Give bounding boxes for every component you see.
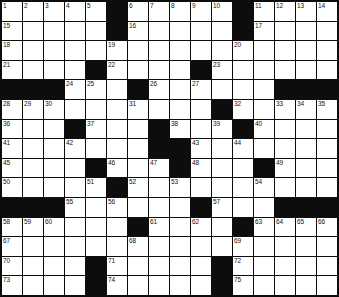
cell-r6c15[interactable]: 34 <box>296 100 316 119</box>
clue-number: 13 <box>297 2 304 9</box>
clue-number: 70 <box>3 257 10 264</box>
clue-number: 44 <box>234 139 241 146</box>
black-cell-r7c4 <box>65 120 85 139</box>
black-cell-r11c16 <box>317 198 337 217</box>
cell-r6c13[interactable] <box>254 100 274 119</box>
black-cell-r9c9 <box>170 159 190 178</box>
cell-r7c2[interactable] <box>23 120 43 139</box>
cell-r13c8[interactable] <box>149 237 169 256</box>
cell-r1c3[interactable]: 3 <box>44 2 64 21</box>
cell-r13c13[interactable] <box>254 237 274 256</box>
cell-r3c6[interactable]: 19 <box>107 41 127 60</box>
black-cell-r7c8 <box>149 120 169 139</box>
cell-r3c14[interactable] <box>275 41 295 60</box>
clue-number: 25 <box>87 80 94 87</box>
cell-r9c10[interactable]: 48 <box>191 159 211 178</box>
cell-r7c9[interactable]: 38 <box>170 120 190 139</box>
cell-r6c8[interactable] <box>149 100 169 119</box>
cell-r13c16[interactable] <box>317 237 337 256</box>
cell-r8c5[interactable] <box>86 139 106 158</box>
cell-r12c9[interactable] <box>170 218 190 237</box>
cell-r12c8[interactable]: 61 <box>149 218 169 237</box>
clue-number: 50 <box>3 178 10 185</box>
cell-r6c14[interactable]: 33 <box>275 100 295 119</box>
cell-r12c11[interactable] <box>212 218 232 237</box>
cell-r1c16[interactable]: 14 <box>317 2 337 21</box>
cell-r1c15[interactable]: 13 <box>296 2 316 21</box>
clue-number: 34 <box>297 100 304 107</box>
cell-r8c1[interactable]: 41 <box>2 139 22 158</box>
clue-number: 17 <box>255 22 262 29</box>
cell-r1c11[interactable]: 10 <box>212 2 232 21</box>
cell-r4c16[interactable] <box>317 61 337 80</box>
clue-number: 40 <box>255 120 262 127</box>
cell-r13c3[interactable] <box>44 237 64 256</box>
clue-number: 32 <box>234 100 241 107</box>
cell-r14c7[interactable] <box>128 257 148 276</box>
cell-r9c14[interactable]: 49 <box>275 159 295 178</box>
cell-r10c7[interactable]: 52 <box>128 178 148 197</box>
cell-r4c6[interactable]: 22 <box>107 61 127 80</box>
cell-r7c3[interactable] <box>44 120 64 139</box>
cell-r1c9[interactable]: 8 <box>170 2 190 21</box>
clue-number: 29 <box>24 100 31 107</box>
cell-r8c7[interactable] <box>128 139 148 158</box>
clue-number: 28 <box>3 100 10 107</box>
cell-r13c7[interactable]: 68 <box>128 237 148 256</box>
cell-r15c2[interactable] <box>23 276 43 295</box>
cell-r7c10[interactable] <box>191 120 211 139</box>
cell-r11c4[interactable]: 55 <box>65 198 85 217</box>
clue-number: 64 <box>276 218 283 225</box>
cell-r5c9[interactable] <box>170 80 190 99</box>
cell-r9c3[interactable] <box>44 159 64 178</box>
clue-number: 53 <box>171 178 178 185</box>
clue-number: 22 <box>108 61 115 68</box>
cell-r9c4[interactable] <box>65 159 85 178</box>
cell-r9c1[interactable]: 45 <box>2 159 22 178</box>
cell-r2c2[interactable] <box>23 22 43 41</box>
cell-r6c9[interactable] <box>170 100 190 119</box>
cell-r7c5[interactable]: 37 <box>86 120 106 139</box>
cell-r15c6[interactable]: 74 <box>107 276 127 295</box>
cell-r6c4[interactable] <box>65 100 85 119</box>
cell-r3c5[interactable] <box>86 41 106 60</box>
cell-r14c4[interactable] <box>65 257 85 276</box>
cell-r13c12[interactable]: 69 <box>233 237 253 256</box>
black-cell-r4c10 <box>191 61 211 80</box>
black-cell-r11c3 <box>44 198 64 217</box>
cell-r4c3[interactable] <box>44 61 64 80</box>
cell-r13c14[interactable] <box>275 237 295 256</box>
black-cell-r5c2 <box>23 80 43 99</box>
black-cell-r5c7 <box>128 80 148 99</box>
cell-r13c4[interactable] <box>65 237 85 256</box>
cell-r1c14[interactable]: 12 <box>275 2 295 21</box>
cell-r6c6[interactable] <box>107 100 127 119</box>
cell-r14c2[interactable] <box>23 257 43 276</box>
cell-r14c16[interactable] <box>317 257 337 276</box>
black-cell-r8c9 <box>170 139 190 158</box>
clue-number: 8 <box>171 2 174 9</box>
cell-r5c13[interactable] <box>254 80 274 99</box>
cell-r9c6[interactable]: 46 <box>107 159 127 178</box>
cell-r12c3[interactable]: 60 <box>44 218 64 237</box>
cell-r11c12[interactable] <box>233 198 253 217</box>
black-cell-r1c6 <box>107 2 127 21</box>
cell-r3c15[interactable] <box>296 41 316 60</box>
cell-r1c2[interactable]: 2 <box>23 2 43 21</box>
clue-number: 71 <box>108 257 115 264</box>
clue-number: 2 <box>24 2 27 9</box>
clue-number: 68 <box>129 237 136 244</box>
clue-number: 62 <box>192 218 199 225</box>
cell-r9c11[interactable] <box>212 159 232 178</box>
clue-number: 5 <box>87 2 90 9</box>
clue-number: 69 <box>234 237 241 244</box>
clue-number: 30 <box>45 100 52 107</box>
cell-r11c5[interactable] <box>86 198 106 217</box>
cell-r6c7[interactable]: 31 <box>128 100 148 119</box>
cell-r10c1[interactable]: 50 <box>2 178 22 197</box>
clue-number: 16 <box>129 22 136 29</box>
cell-r14c10[interactable] <box>191 257 211 276</box>
cell-r7c6[interactable] <box>107 120 127 139</box>
cell-r7c14[interactable] <box>275 120 295 139</box>
cell-r4c8[interactable] <box>149 61 169 80</box>
clue-number: 73 <box>3 276 10 283</box>
black-cell-r8c8 <box>149 139 169 158</box>
clue-number: 75 <box>234 276 241 283</box>
cell-r2c8[interactable] <box>149 22 169 41</box>
cell-r7c1[interactable]: 36 <box>2 120 22 139</box>
cell-r13c15[interactable] <box>296 237 316 256</box>
black-cell-r9c5 <box>86 159 106 178</box>
clue-number: 49 <box>276 159 283 166</box>
cell-r7c7[interactable] <box>128 120 148 139</box>
cell-r1c1[interactable]: 1 <box>2 2 22 21</box>
clue-number: 42 <box>66 139 73 146</box>
black-cell-r2c12 <box>233 22 253 41</box>
cell-r8c13[interactable] <box>254 139 274 158</box>
cell-r10c16[interactable] <box>317 178 337 197</box>
cell-r3c7[interactable] <box>128 41 148 60</box>
cell-r4c13[interactable] <box>254 61 274 80</box>
cell-r8c14[interactable] <box>275 139 295 158</box>
cell-r14c3[interactable] <box>44 257 64 276</box>
cell-r10c3[interactable] <box>44 178 64 197</box>
cell-r11c13[interactable] <box>254 198 274 217</box>
black-cell-r7c12 <box>233 120 253 139</box>
cell-r14c9[interactable] <box>170 257 190 276</box>
clue-number: 39 <box>213 120 220 127</box>
cell-r4c14[interactable] <box>275 61 295 80</box>
cell-r4c1[interactable]: 21 <box>2 61 22 80</box>
clue-number: 54 <box>255 178 262 185</box>
cell-r9c2[interactable] <box>23 159 43 178</box>
cell-r10c4[interactable] <box>65 178 85 197</box>
cell-r8c16[interactable] <box>317 139 337 158</box>
cell-r9c16[interactable] <box>317 159 337 178</box>
cell-r12c10[interactable]: 62 <box>191 218 211 237</box>
clue-number: 37 <box>87 120 94 127</box>
clue-number: 60 <box>45 218 52 225</box>
cell-r12c4[interactable] <box>65 218 85 237</box>
clue-number: 63 <box>255 218 262 225</box>
cell-r3c11[interactable] <box>212 41 232 60</box>
cell-r10c2[interactable] <box>23 178 43 197</box>
cell-r2c5[interactable] <box>86 22 106 41</box>
cell-r12c15[interactable]: 65 <box>296 218 316 237</box>
cell-r15c7[interactable] <box>128 276 148 295</box>
cell-r10c15[interactable] <box>296 178 316 197</box>
cell-r8c11[interactable] <box>212 139 232 158</box>
black-cell-r11c14 <box>275 198 295 217</box>
cell-r2c1[interactable]: 15 <box>2 22 22 41</box>
clue-number: 14 <box>318 2 325 9</box>
cell-r13c1[interactable]: 67 <box>2 237 22 256</box>
clue-number: 15 <box>3 22 10 29</box>
cell-r2c16[interactable] <box>317 22 337 41</box>
cell-r4c12[interactable] <box>233 61 253 80</box>
cell-r1c5[interactable]: 5 <box>86 2 106 21</box>
cell-r1c4[interactable]: 4 <box>65 2 85 21</box>
cell-r2c14[interactable] <box>275 22 295 41</box>
cell-r9c7[interactable] <box>128 159 148 178</box>
black-cell-r5c15 <box>296 80 316 99</box>
cell-r13c5[interactable] <box>86 237 106 256</box>
cell-r5c8[interactable]: 26 <box>149 80 169 99</box>
cell-r13c6[interactable] <box>107 237 127 256</box>
cell-r15c8[interactable] <box>149 276 169 295</box>
cell-r3c12[interactable]: 20 <box>233 41 253 60</box>
clue-number: 65 <box>297 218 304 225</box>
clue-number: 23 <box>213 61 220 68</box>
cell-r15c10[interactable] <box>191 276 211 295</box>
black-cell-r4c5 <box>86 61 106 80</box>
cell-r2c9[interactable] <box>170 22 190 41</box>
cell-r8c15[interactable] <box>296 139 316 158</box>
clue-number: 12 <box>276 2 283 9</box>
cell-r11c9[interactable] <box>170 198 190 217</box>
cell-r3c10[interactable] <box>191 41 211 60</box>
cell-r4c9[interactable] <box>170 61 190 80</box>
cell-r15c4[interactable] <box>65 276 85 295</box>
cell-r14c8[interactable] <box>149 257 169 276</box>
clue-number: 43 <box>192 139 199 146</box>
cell-r6c12[interactable]: 32 <box>233 100 253 119</box>
clue-number: 31 <box>129 100 136 107</box>
cell-r6c5[interactable] <box>86 100 106 119</box>
black-cell-r10c6 <box>107 178 127 197</box>
cell-r5c5[interactable]: 25 <box>86 80 106 99</box>
cell-r3c16[interactable] <box>317 41 337 60</box>
cell-r3c3[interactable] <box>44 41 64 60</box>
cell-r4c11[interactable]: 23 <box>212 61 232 80</box>
cell-r5c12[interactable] <box>233 80 253 99</box>
cell-r15c13[interactable] <box>254 276 274 295</box>
cell-r12c14[interactable]: 64 <box>275 218 295 237</box>
clue-number: 10 <box>213 2 220 9</box>
cell-r6c10[interactable] <box>191 100 211 119</box>
black-cell-r5c1 <box>2 80 22 99</box>
black-cell-r11c15 <box>296 198 316 217</box>
cell-r8c4[interactable]: 42 <box>65 139 85 158</box>
cell-r14c1[interactable]: 70 <box>2 257 22 276</box>
clue-number: 35 <box>318 100 325 107</box>
black-cell-r11c1 <box>2 198 22 217</box>
cell-r14c13[interactable] <box>254 257 274 276</box>
clue-number: 20 <box>234 41 241 48</box>
black-cell-r9c13 <box>254 159 274 178</box>
cell-r11c11[interactable]: 57 <box>212 198 232 217</box>
cell-r14c15[interactable] <box>296 257 316 276</box>
cell-r10c13[interactable]: 54 <box>254 178 274 197</box>
clue-number: 72 <box>234 257 241 264</box>
cell-r5c11[interactable] <box>212 80 232 99</box>
clue-number: 4 <box>66 2 69 9</box>
cell-r15c12[interactable]: 75 <box>233 276 253 295</box>
cell-r5c4[interactable]: 24 <box>65 80 85 99</box>
cell-r4c7[interactable] <box>128 61 148 80</box>
clue-number: 51 <box>87 178 94 185</box>
cell-r9c12[interactable] <box>233 159 253 178</box>
cell-r5c6[interactable] <box>107 80 127 99</box>
cell-r15c15[interactable] <box>296 276 316 295</box>
cell-r10c5[interactable]: 51 <box>86 178 106 197</box>
cell-r6c2[interactable]: 29 <box>23 100 43 119</box>
cell-r10c8[interactable] <box>149 178 169 197</box>
clue-number: 7 <box>150 2 153 9</box>
cell-r6c3[interactable]: 30 <box>44 100 64 119</box>
cell-r15c14[interactable] <box>275 276 295 295</box>
cell-r15c3[interactable] <box>44 276 64 295</box>
cell-r7c11[interactable]: 39 <box>212 120 232 139</box>
clue-number: 57 <box>213 198 220 205</box>
black-cell-r12c12 <box>233 218 253 237</box>
clue-number: 45 <box>3 159 10 166</box>
cell-r9c15[interactable] <box>296 159 316 178</box>
cell-r7c13[interactable]: 40 <box>254 120 274 139</box>
black-cell-r6c11 <box>212 100 232 119</box>
cell-r10c14[interactable] <box>275 178 295 197</box>
cell-r4c2[interactable] <box>23 61 43 80</box>
cell-r3c13[interactable] <box>254 41 274 60</box>
cell-r12c13[interactable]: 63 <box>254 218 274 237</box>
cell-r1c8[interactable]: 7 <box>149 2 169 21</box>
cell-r10c12[interactable] <box>233 178 253 197</box>
clue-number: 47 <box>150 159 157 166</box>
cell-r8c2[interactable] <box>23 139 43 158</box>
black-cell-r1c12 <box>233 2 253 21</box>
cell-r8c10[interactable]: 43 <box>191 139 211 158</box>
cell-r12c2[interactable]: 59 <box>23 218 43 237</box>
clue-number: 58 <box>3 218 10 225</box>
cell-r15c16[interactable] <box>317 276 337 295</box>
clue-number: 18 <box>3 41 10 48</box>
clue-number: 24 <box>66 80 73 87</box>
cell-r15c9[interactable] <box>170 276 190 295</box>
cell-r14c14[interactable] <box>275 257 295 276</box>
cell-r2c10[interactable] <box>191 22 211 41</box>
clue-number: 21 <box>3 61 10 68</box>
clue-number: 66 <box>318 218 325 225</box>
cell-r15c1[interactable]: 73 <box>2 276 22 295</box>
cell-r6c1[interactable]: 28 <box>2 100 22 119</box>
cell-r4c15[interactable] <box>296 61 316 80</box>
clue-number: 19 <box>108 41 115 48</box>
clue-number: 56 <box>108 198 115 205</box>
clue-number: 59 <box>24 218 31 225</box>
cell-r2c11[interactable] <box>212 22 232 41</box>
cell-r5c10[interactable]: 27 <box>191 80 211 99</box>
black-cell-r11c10 <box>191 198 211 217</box>
cell-r13c11[interactable] <box>212 237 232 256</box>
cell-r3c9[interactable] <box>170 41 190 60</box>
cell-r9c8[interactable]: 47 <box>149 159 169 178</box>
clue-number: 26 <box>150 80 157 87</box>
cell-r10c11[interactable] <box>212 178 232 197</box>
cell-r7c15[interactable] <box>296 120 316 139</box>
clue-number: 74 <box>108 276 115 283</box>
clue-number: 48 <box>192 159 199 166</box>
cell-r14c12[interactable]: 72 <box>233 257 253 276</box>
clue-number: 27 <box>192 80 199 87</box>
black-cell-r12c7 <box>128 218 148 237</box>
cell-r7c16[interactable] <box>317 120 337 139</box>
black-cell-r11c2 <box>23 198 43 217</box>
cell-r2c15[interactable] <box>296 22 316 41</box>
cell-r3c2[interactable] <box>23 41 43 60</box>
cell-r1c13[interactable]: 11 <box>254 2 274 21</box>
cell-r2c4[interactable] <box>65 22 85 41</box>
cell-r2c7[interactable]: 16 <box>128 22 148 41</box>
cell-r12c16[interactable]: 66 <box>317 218 337 237</box>
cell-r13c9[interactable] <box>170 237 190 256</box>
cell-r10c10[interactable] <box>191 178 211 197</box>
cell-r12c1[interactable]: 58 <box>2 218 22 237</box>
cell-r4c4[interactable] <box>65 61 85 80</box>
cell-r10c9[interactable]: 53 <box>170 178 190 197</box>
black-cell-r5c14 <box>275 80 295 99</box>
cell-r3c8[interactable] <box>149 41 169 60</box>
black-cell-r5c3 <box>44 80 64 99</box>
cell-r1c7[interactable]: 6 <box>128 2 148 21</box>
cell-r12c6[interactable] <box>107 218 127 237</box>
cell-r8c3[interactable] <box>44 139 64 158</box>
cell-r8c6[interactable] <box>107 139 127 158</box>
cell-r2c13[interactable]: 17 <box>254 22 274 41</box>
clue-number: 41 <box>3 139 10 146</box>
cell-r13c2[interactable] <box>23 237 43 256</box>
cell-r11c8[interactable] <box>149 198 169 217</box>
cell-r11c7[interactable] <box>128 198 148 217</box>
cell-r14c6[interactable]: 71 <box>107 257 127 276</box>
clue-number: 3 <box>45 2 48 9</box>
cell-r1c10[interactable]: 9 <box>191 2 211 21</box>
clue-number: 9 <box>192 2 195 9</box>
cell-r8c12[interactable]: 44 <box>233 139 253 158</box>
cell-r13c10[interactable] <box>191 237 211 256</box>
cell-r3c4[interactable] <box>65 41 85 60</box>
clue-number: 36 <box>3 120 10 127</box>
black-cell-r15c11 <box>212 276 232 295</box>
cell-r12c5[interactable] <box>86 218 106 237</box>
cell-r2c3[interactable] <box>44 22 64 41</box>
cell-r6c16[interactable]: 35 <box>317 100 337 119</box>
cell-r3c1[interactable]: 18 <box>2 41 22 60</box>
cell-r11c6[interactable]: 56 <box>107 198 127 217</box>
